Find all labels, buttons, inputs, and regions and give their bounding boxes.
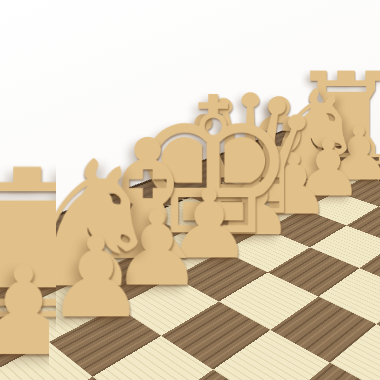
square-c1: ♝ <box>191 181 265 212</box>
square-b3 <box>303 192 378 226</box>
white-bishop-f1: ♝ <box>73 134 138 267</box>
white-knight-b1: ♞ <box>255 86 305 186</box>
square-d4 <box>268 247 360 296</box>
square-d2: ♟ <box>183 212 266 251</box>
squares-grid: ♜♞♝♚♛♝♞♜♟♟♟♟♟♟♟♟ <box>0 153 380 380</box>
knight-glyph-icon: ♞ <box>10 156 166 295</box>
white-bishop-c1: ♝ <box>218 94 271 203</box>
square-c3 <box>266 209 347 247</box>
white-pawn-b2: ♟ <box>293 137 345 200</box>
square-e2: ♟ <box>134 232 223 277</box>
white-knight-g1: ♞ <box>10 156 80 295</box>
bishop-glyph-icon: ♝ <box>73 104 222 297</box>
square-c2: ♟ <box>226 195 303 229</box>
white-king-e1: ♚ <box>128 92 188 243</box>
pawn-glyph-icon: ♟ <box>326 111 380 197</box>
white-queen-d1: ♛ <box>176 90 232 222</box>
chessboard: ♜♞♝♚♛♝♞♜♟♟♟♟♟♟♟♟ <box>0 130 380 380</box>
square-d3 <box>223 229 310 273</box>
square-d5 <box>318 268 380 324</box>
knight-glyph-icon: ♞ <box>255 86 367 186</box>
square-e1: ♚ <box>99 215 183 255</box>
square-b4 <box>347 206 380 243</box>
square-f1: ♝ <box>43 236 134 282</box>
square-c4 <box>310 226 380 269</box>
pawn-glyph-icon: ♟ <box>293 123 363 214</box>
pawn-glyph-icon: ♟ <box>111 189 204 309</box>
square-e4 <box>219 272 319 329</box>
screenshot-canvas: ♜♞♝♚♛♝♞♜♟♟♟♟♟♟♟♟ <box>0 0 380 380</box>
pawn-glyph-icon: ♟ <box>166 169 252 280</box>
square-d1: ♛ <box>148 197 227 232</box>
queen-glyph-icon: ♛ <box>176 60 324 251</box>
white-pawn-f2: ♟ <box>111 208 180 291</box>
pawn-glyph-icon: ♟ <box>256 136 331 233</box>
square-b2: ♟ <box>264 179 336 209</box>
photo-stage: ♜♞♝♚♛♝♞♜♟♟♟♟♟♟♟♟ <box>0 0 380 380</box>
king-glyph-icon: ♚ <box>128 57 297 277</box>
white-rook-a1: ♜ <box>289 69 336 171</box>
square-c5 <box>359 244 380 292</box>
square-f5 <box>213 330 330 380</box>
white-pawn-c2: ♟ <box>256 151 312 218</box>
square-b1: ♞ <box>229 167 298 195</box>
white-pawn-d2: ♟ <box>214 168 273 239</box>
square-h1: ♜ <box>0 286 11 348</box>
pawn-glyph-icon: ♟ <box>214 152 294 256</box>
square-a1: ♜ <box>263 154 328 179</box>
white-pawn-a2: ♟ <box>326 124 375 183</box>
square-a2: ♟ <box>298 165 366 192</box>
bishop-glyph-icon: ♝ <box>218 69 340 227</box>
white-pawn-e2: ♟ <box>166 186 230 263</box>
square-e3 <box>174 251 268 301</box>
rook-glyph-icon: ♜ <box>289 45 380 194</box>
square-a3 <box>336 177 380 207</box>
